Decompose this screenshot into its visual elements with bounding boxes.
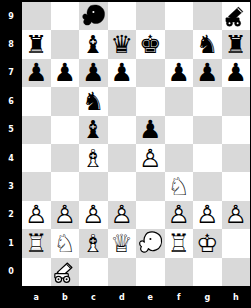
black-rook[interactable]: ♜ xyxy=(22,30,51,58)
rank-label-5: 5 xyxy=(0,116,22,144)
black-piece-glyph: ♝ xyxy=(79,30,108,58)
black-pawn[interactable]: ♟ xyxy=(51,59,80,87)
square-d1[interactable]: ♛♕ xyxy=(108,229,137,257)
black-bishop[interactable]: ♝ xyxy=(79,116,108,144)
white-pawn[interactable]: ♟♙ xyxy=(165,201,194,229)
square-b9[interactable] xyxy=(51,2,80,30)
square-h1[interactable] xyxy=(222,229,251,257)
black-pawn[interactable]: ♟ xyxy=(136,116,165,144)
file-label-a: a xyxy=(22,286,51,308)
black-bishop[interactable]: ♝ xyxy=(79,30,108,58)
black-piece-glyph: ♟ xyxy=(193,59,222,87)
white-piece-outline: ♙ xyxy=(136,144,165,172)
black-piece-glyph: ♟ xyxy=(165,59,194,87)
square-g6[interactable] xyxy=(193,87,222,115)
file-label-f: f xyxy=(165,286,194,308)
white-piece-outline: ♙ xyxy=(51,201,80,229)
white-piece-outline: ♕ xyxy=(108,229,137,257)
file-label-c: c xyxy=(79,286,108,308)
white-bishop[interactable]: ♝♗ xyxy=(79,229,108,257)
black-cannon-icon xyxy=(223,3,249,29)
square-a3[interactable] xyxy=(22,172,51,200)
square-g9[interactable] xyxy=(193,2,222,30)
white-pawn[interactable]: ♟♙ xyxy=(51,201,80,229)
square-a7[interactable]: ♟ xyxy=(22,59,51,87)
white-elephant-icon xyxy=(137,230,163,256)
square-e0[interactable] xyxy=(136,258,165,286)
square-c5[interactable]: ♝ xyxy=(79,116,108,144)
square-h0[interactable] xyxy=(222,258,251,286)
square-c9[interactable] xyxy=(79,2,108,30)
black-piece-glyph: ♜ xyxy=(22,30,51,58)
white-rook[interactable]: ♜♖ xyxy=(22,229,51,257)
white-cannon-icon xyxy=(52,259,78,285)
square-d3[interactable] xyxy=(108,172,137,200)
black-piece-glyph: ♝ xyxy=(79,116,108,144)
square-c0[interactable] xyxy=(79,258,108,286)
square-h3[interactable] xyxy=(222,172,251,200)
square-b6[interactable] xyxy=(51,87,80,115)
square-a6[interactable] xyxy=(22,87,51,115)
white-pawn[interactable]: ♟♙ xyxy=(79,201,108,229)
square-g1[interactable]: ♚♔ xyxy=(193,229,222,257)
square-e3[interactable] xyxy=(136,172,165,200)
square-d7[interactable]: ♟ xyxy=(108,59,137,87)
square-e2[interactable] xyxy=(136,201,165,229)
square-d0[interactable] xyxy=(108,258,137,286)
square-h8[interactable]: ♜ xyxy=(222,30,251,58)
square-f7[interactable]: ♟ xyxy=(165,59,194,87)
square-b7[interactable]: ♟ xyxy=(51,59,80,87)
square-c6[interactable]: ♞ xyxy=(79,87,108,115)
rank-label-1: 1 xyxy=(0,229,22,257)
square-a1[interactable]: ♜♖ xyxy=(22,229,51,257)
square-a9[interactable] xyxy=(22,2,51,30)
white-knight[interactable]: ♞♘ xyxy=(165,172,194,200)
rank-label-2: 2 xyxy=(0,201,22,229)
file-label-h: h xyxy=(222,286,251,308)
black-knight[interactable]: ♞ xyxy=(79,87,108,115)
square-e9[interactable] xyxy=(136,2,165,30)
white-bishop[interactable]: ♝♗ xyxy=(79,144,108,172)
black-queen[interactable]: ♛ xyxy=(108,30,137,58)
black-pawn[interactable]: ♟ xyxy=(108,59,137,87)
white-piece-outline: ♙ xyxy=(165,201,194,229)
white-piece-outline: ♘ xyxy=(165,172,194,200)
white-pawn[interactable]: ♟♙ xyxy=(22,201,51,229)
black-king[interactable]: ♚ xyxy=(136,30,165,58)
black-pawn[interactable]: ♟ xyxy=(79,59,108,87)
white-knight[interactable]: ♞♘ xyxy=(51,229,80,257)
square-d4[interactable] xyxy=(108,144,137,172)
square-b2[interactable]: ♟♙ xyxy=(51,201,80,229)
square-g0[interactable] xyxy=(193,258,222,286)
square-h9[interactable] xyxy=(222,2,251,30)
square-f9[interactable] xyxy=(165,2,194,30)
square-b3[interactable] xyxy=(51,172,80,200)
white-pawn[interactable]: ♟♙ xyxy=(108,201,137,229)
board: ♜♝♛♚♞♜♟♟♟♟♟♟♟♞♝♟♝♗♟♙♞♘♟♙♟♙♟♙♟♙♟♙♟♙♟♙♜♖♞♘… xyxy=(22,2,250,286)
file-label-g: g xyxy=(193,286,222,308)
square-b8[interactable] xyxy=(51,30,80,58)
square-h7[interactable]: ♟ xyxy=(222,59,251,87)
square-c2[interactable]: ♟♙ xyxy=(79,201,108,229)
square-g2[interactable]: ♟♙ xyxy=(193,201,222,229)
square-e5[interactable]: ♟ xyxy=(136,116,165,144)
square-f3[interactable]: ♞♘ xyxy=(165,172,194,200)
square-a5[interactable] xyxy=(22,116,51,144)
black-piece-glyph: ♜ xyxy=(222,30,251,58)
white-queen[interactable]: ♛♕ xyxy=(108,229,137,257)
square-d6[interactable] xyxy=(108,87,137,115)
square-h2[interactable]: ♟♙ xyxy=(222,201,251,229)
square-a2[interactable]: ♟♙ xyxy=(22,201,51,229)
black-piece-glyph: ♚ xyxy=(136,30,165,58)
white-pawn[interactable]: ♟♙ xyxy=(136,144,165,172)
black-pawn[interactable]: ♟ xyxy=(165,59,194,87)
black-piece-glyph: ♞ xyxy=(193,30,222,58)
square-f4[interactable] xyxy=(165,144,194,172)
square-g4[interactable] xyxy=(193,144,222,172)
white-piece-outline: ♖ xyxy=(165,229,194,257)
white-piece-outline: ♔ xyxy=(193,229,222,257)
black-piece-glyph: ♟ xyxy=(136,116,165,144)
square-d5[interactable] xyxy=(108,116,137,144)
white-elephant[interactable] xyxy=(136,229,165,257)
rank-label-9: 9 xyxy=(0,2,22,30)
black-piece-glyph: ♟ xyxy=(51,59,80,87)
rank-label-4: 4 xyxy=(0,144,22,172)
black-rook[interactable]: ♜ xyxy=(222,30,251,58)
square-e8[interactable]: ♚ xyxy=(136,30,165,58)
white-rook[interactable]: ♜♖ xyxy=(165,229,194,257)
white-piece-outline: ♙ xyxy=(108,201,137,229)
square-b4[interactable] xyxy=(51,144,80,172)
white-piece-outline: ♙ xyxy=(222,201,251,229)
file-label-e: e xyxy=(136,286,165,308)
file-label-d: d xyxy=(108,286,137,308)
square-a8[interactable]: ♜ xyxy=(22,30,51,58)
square-f6[interactable] xyxy=(165,87,194,115)
white-king[interactable]: ♚♔ xyxy=(193,229,222,257)
white-piece-outline: ♙ xyxy=(22,201,51,229)
square-h5[interactable] xyxy=(222,116,251,144)
black-knight[interactable]: ♞ xyxy=(193,30,222,58)
square-h4[interactable] xyxy=(222,144,251,172)
white-piece-outline: ♙ xyxy=(79,201,108,229)
square-e4[interactable]: ♟♙ xyxy=(136,144,165,172)
square-c7[interactable]: ♟ xyxy=(79,59,108,87)
white-piece-outline: ♙ xyxy=(193,201,222,229)
square-g7[interactable]: ♟ xyxy=(193,59,222,87)
black-piece-glyph: ♟ xyxy=(108,59,137,87)
rank-label-8: 8 xyxy=(0,30,22,58)
white-piece-outline: ♗ xyxy=(79,144,108,172)
white-piece-outline: ♘ xyxy=(51,229,80,257)
file-label-b: b xyxy=(51,286,80,308)
square-e6[interactable] xyxy=(136,87,165,115)
black-pawn[interactable]: ♟ xyxy=(22,59,51,87)
black-pawn[interactable]: ♟ xyxy=(193,59,222,87)
square-d9[interactable] xyxy=(108,2,137,30)
square-c3[interactable] xyxy=(79,172,108,200)
black-piece-glyph: ♟ xyxy=(79,59,108,87)
rank-label-7: 7 xyxy=(0,59,22,87)
white-piece-outline: ♗ xyxy=(79,229,108,257)
rank-label-6: 6 xyxy=(0,87,22,115)
rank-label-3: 3 xyxy=(0,172,22,200)
white-pawn[interactable]: ♟♙ xyxy=(193,201,222,229)
square-c1[interactable]: ♝♗ xyxy=(79,229,108,257)
black-piece-glyph: ♛ xyxy=(108,30,137,58)
rank-label-0: 0 xyxy=(0,258,22,286)
black-piece-glyph: ♟ xyxy=(222,59,251,87)
black-cannon[interactable] xyxy=(222,2,251,30)
square-g3[interactable] xyxy=(193,172,222,200)
square-c4[interactable]: ♝♗ xyxy=(79,144,108,172)
black-elephant-icon xyxy=(80,3,106,29)
square-a0[interactable] xyxy=(22,258,51,286)
square-f2[interactable]: ♟♙ xyxy=(165,201,194,229)
black-pawn[interactable]: ♟ xyxy=(222,59,251,87)
square-a4[interactable] xyxy=(22,144,51,172)
black-piece-glyph: ♞ xyxy=(79,87,108,115)
square-e1[interactable] xyxy=(136,229,165,257)
square-f0[interactable] xyxy=(165,258,194,286)
square-f1[interactable]: ♜♖ xyxy=(165,229,194,257)
square-h6[interactable] xyxy=(222,87,251,115)
square-g8[interactable]: ♞ xyxy=(193,30,222,58)
black-piece-glyph: ♟ xyxy=(22,59,51,87)
black-elephant[interactable] xyxy=(79,2,108,30)
square-e7[interactable] xyxy=(136,59,165,87)
square-d8[interactable]: ♛ xyxy=(108,30,137,58)
square-b0[interactable] xyxy=(51,258,80,286)
square-c8[interactable]: ♝ xyxy=(79,30,108,58)
square-g5[interactable] xyxy=(193,116,222,144)
white-cannon[interactable] xyxy=(51,258,80,286)
white-piece-outline: ♖ xyxy=(22,229,51,257)
square-f8[interactable] xyxy=(165,30,194,58)
square-b5[interactable] xyxy=(51,116,80,144)
game-window: ♜♝♛♚♞♜♟♟♟♟♟♟♟♞♝♟♝♗♟♙♞♘♟♙♟♙♟♙♟♙♟♙♟♙♟♙♜♖♞♘… xyxy=(0,0,250,308)
square-f5[interactable] xyxy=(165,116,194,144)
square-b1[interactable]: ♞♘ xyxy=(51,229,80,257)
square-d2[interactable]: ♟♙ xyxy=(108,201,137,229)
white-pawn[interactable]: ♟♙ xyxy=(222,201,251,229)
